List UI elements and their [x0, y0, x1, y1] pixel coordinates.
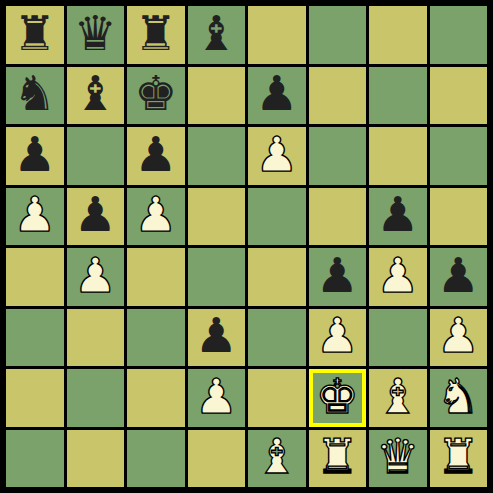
piece-white-bishop: ♝ [376, 372, 419, 420]
square-a4[interactable] [6, 248, 64, 306]
square-d6[interactable] [188, 127, 246, 185]
piece-white-king: ♚ [316, 372, 359, 420]
square-d7[interactable] [188, 67, 246, 125]
square-c8[interactable]: ♜ [127, 6, 185, 64]
piece-white-knight: ♞ [437, 372, 480, 420]
piece-white-pawn: ♟ [13, 190, 56, 238]
piece-black-queen: ♛ [74, 9, 117, 57]
piece-white-pawn: ♟ [316, 311, 359, 359]
piece-white-queen: ♛ [376, 432, 419, 480]
piece-black-bishop: ♝ [74, 69, 117, 117]
square-c2[interactable] [127, 369, 185, 427]
square-a8[interactable]: ♜ [6, 6, 64, 64]
square-h8[interactable] [430, 6, 488, 64]
piece-black-pawn: ♟ [376, 190, 419, 238]
square-g3[interactable] [369, 309, 427, 367]
piece-white-pawn: ♟ [195, 372, 238, 420]
piece-white-rook: ♜ [316, 432, 359, 480]
square-a6[interactable]: ♟ [6, 127, 64, 185]
square-g5[interactable]: ♟ [369, 188, 427, 246]
square-f3[interactable]: ♟ [309, 309, 367, 367]
square-a5[interactable]: ♟ [6, 188, 64, 246]
square-f6[interactable] [309, 127, 367, 185]
square-g2[interactable]: ♝ [369, 369, 427, 427]
square-h7[interactable] [430, 67, 488, 125]
square-d8[interactable]: ♝ [188, 6, 246, 64]
piece-white-pawn: ♟ [134, 190, 177, 238]
piece-black-bishop: ♝ [195, 9, 238, 57]
square-a2[interactable] [6, 369, 64, 427]
piece-white-pawn: ♟ [255, 130, 298, 178]
piece-black-rook: ♜ [134, 9, 177, 57]
square-b7[interactable]: ♝ [67, 67, 125, 125]
square-b4[interactable]: ♟ [67, 248, 125, 306]
square-e4[interactable] [248, 248, 306, 306]
piece-black-pawn: ♟ [74, 190, 117, 238]
piece-black-king: ♚ [134, 69, 177, 117]
square-g4[interactable]: ♟ [369, 248, 427, 306]
piece-black-pawn: ♟ [316, 251, 359, 299]
square-c4[interactable] [127, 248, 185, 306]
square-b8[interactable]: ♛ [67, 6, 125, 64]
square-g7[interactable] [369, 67, 427, 125]
square-a7[interactable]: ♞ [6, 67, 64, 125]
square-d4[interactable] [188, 248, 246, 306]
square-g1[interactable]: ♛ [369, 430, 427, 488]
square-h2[interactable]: ♞ [430, 369, 488, 427]
square-e2[interactable] [248, 369, 306, 427]
square-d1[interactable] [188, 430, 246, 488]
square-b3[interactable] [67, 309, 125, 367]
square-b1[interactable] [67, 430, 125, 488]
square-d5[interactable] [188, 188, 246, 246]
piece-white-rook: ♜ [437, 432, 480, 480]
square-f5[interactable] [309, 188, 367, 246]
piece-black-pawn: ♟ [255, 69, 298, 117]
piece-black-pawn: ♟ [13, 130, 56, 178]
square-b5[interactable]: ♟ [67, 188, 125, 246]
square-e3[interactable] [248, 309, 306, 367]
square-e8[interactable] [248, 6, 306, 64]
piece-white-pawn: ♟ [74, 251, 117, 299]
square-c1[interactable] [127, 430, 185, 488]
square-c5[interactable]: ♟ [127, 188, 185, 246]
square-h6[interactable] [430, 127, 488, 185]
square-a3[interactable] [6, 309, 64, 367]
piece-black-pawn: ♟ [437, 251, 480, 299]
chess-board: ♜♛♜♝♞♝♚♟♟♟♟♟♟♟♟♟♟♟♟♟♟♟♟♚♝♞♝♜♛♜ [0, 0, 493, 493]
piece-white-pawn: ♟ [437, 311, 480, 359]
square-c7[interactable]: ♚ [127, 67, 185, 125]
piece-white-bishop: ♝ [255, 432, 298, 480]
piece-black-pawn: ♟ [134, 130, 177, 178]
square-a1[interactable] [6, 430, 64, 488]
square-c6[interactable]: ♟ [127, 127, 185, 185]
square-f7[interactable] [309, 67, 367, 125]
square-b6[interactable] [67, 127, 125, 185]
square-h5[interactable] [430, 188, 488, 246]
piece-black-knight: ♞ [13, 69, 56, 117]
square-d3[interactable]: ♟ [188, 309, 246, 367]
square-g8[interactable] [369, 6, 427, 64]
square-b2[interactable] [67, 369, 125, 427]
piece-white-pawn: ♟ [376, 251, 419, 299]
square-f1[interactable]: ♜ [309, 430, 367, 488]
square-e7[interactable]: ♟ [248, 67, 306, 125]
square-f8[interactable] [309, 6, 367, 64]
square-h4[interactable]: ♟ [430, 248, 488, 306]
piece-black-rook: ♜ [13, 9, 56, 57]
square-c3[interactable] [127, 309, 185, 367]
square-e1[interactable]: ♝ [248, 430, 306, 488]
square-d2[interactable]: ♟ [188, 369, 246, 427]
square-f4[interactable]: ♟ [309, 248, 367, 306]
square-h1[interactable]: ♜ [430, 430, 488, 488]
piece-black-pawn: ♟ [195, 311, 238, 359]
square-h3[interactable]: ♟ [430, 309, 488, 367]
square-e6[interactable]: ♟ [248, 127, 306, 185]
square-f2[interactable]: ♚ [309, 369, 367, 427]
square-e5[interactable] [248, 188, 306, 246]
square-g6[interactable] [369, 127, 427, 185]
